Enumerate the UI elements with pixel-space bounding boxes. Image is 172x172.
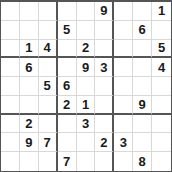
given-digit: 9: [82, 61, 89, 74]
given-digit: 3: [82, 117, 89, 130]
given-digit: 7: [44, 136, 51, 149]
given-digit: 1: [25, 41, 32, 54]
sudoku-cell-r8c2: 9: [20, 133, 39, 152]
given-digit: 3: [100, 61, 107, 74]
sudoku-cell-r9c2[interactable]: [20, 152, 39, 171]
sudoku-cell-r8c3: 7: [39, 133, 58, 152]
sudoku-cell-r6c9[interactable]: [152, 96, 171, 115]
sudoku-cell-r9c5[interactable]: [77, 152, 96, 171]
sudoku-cell-r9c7[interactable]: [114, 152, 133, 171]
sudoku-cell-r2c3[interactable]: [39, 21, 58, 40]
sudoku-cell-r8c8[interactable]: [133, 133, 152, 152]
sudoku-cell-r6c7[interactable]: [114, 96, 133, 115]
sudoku-cell-r5c6[interactable]: [95, 77, 114, 96]
sudoku-cell-r4c8[interactable]: [133, 58, 152, 77]
sudoku-cell-r1c4[interactable]: [58, 2, 77, 21]
given-digit: 9: [25, 136, 32, 149]
sudoku-cell-r7c9[interactable]: [152, 115, 171, 134]
sudoku-cell-r3c5: 2: [77, 40, 96, 59]
sudoku-cell-r1c2[interactable]: [20, 2, 39, 21]
given-digit: 6: [25, 61, 32, 74]
sudoku-cell-r6c2[interactable]: [20, 96, 39, 115]
given-digit: 2: [63, 98, 70, 111]
sudoku-cell-r8c7: 3: [114, 133, 133, 152]
given-digit: 9: [100, 4, 107, 17]
sudoku-cell-r1c3[interactable]: [39, 2, 58, 21]
sudoku-cell-r2c4: 5: [58, 21, 77, 40]
sudoku-cell-r2c8: 6: [133, 21, 152, 40]
sudoku-cell-r2c2[interactable]: [20, 21, 39, 40]
sudoku-cell-r2c9[interactable]: [152, 21, 171, 40]
sudoku-cell-r3c3: 4: [39, 40, 58, 59]
sudoku-cell-r7c1[interactable]: [1, 115, 20, 134]
sudoku-cell-r5c8[interactable]: [133, 77, 152, 96]
given-digit: 5: [158, 41, 165, 54]
sudoku-cell-r9c1[interactable]: [1, 152, 20, 171]
sudoku-cell-r4c6: 3: [95, 58, 114, 77]
sudoku-cell-r6c1[interactable]: [1, 96, 20, 115]
sudoku-cell-r6c4: 2: [58, 96, 77, 115]
given-digit: 7: [63, 155, 70, 168]
sudoku-cell-r9c8: 8: [133, 152, 152, 171]
sudoku-cell-r3c1[interactable]: [1, 40, 20, 59]
sudoku-cell-r7c4[interactable]: [58, 115, 77, 134]
sudoku-cell-r3c8[interactable]: [133, 40, 152, 59]
sudoku-cell-r1c7[interactable]: [114, 2, 133, 21]
sudoku-cell-r9c9[interactable]: [152, 152, 171, 171]
given-digit: 6: [139, 23, 146, 36]
sudoku-cell-r2c7[interactable]: [114, 21, 133, 40]
given-digit: 4: [44, 41, 51, 54]
given-digit: 1: [158, 4, 165, 17]
sudoku-cell-r8c6: 2: [95, 133, 114, 152]
given-digit: 2: [82, 41, 89, 54]
sudoku-cell-r8c9[interactable]: [152, 133, 171, 152]
sudoku-cell-r7c3[interactable]: [39, 115, 58, 134]
sudoku-cell-r3c2: 1: [20, 40, 39, 59]
sudoku-cell-r7c7[interactable]: [114, 115, 133, 134]
sudoku-cell-r6c3[interactable]: [39, 96, 58, 115]
sudoku-cell-r5c3: 5: [39, 77, 58, 96]
given-digit: 1: [82, 98, 89, 111]
sudoku-cell-r1c5[interactable]: [77, 2, 96, 21]
sudoku-cell-r2c6[interactable]: [95, 21, 114, 40]
given-digit: 5: [44, 79, 51, 92]
sudoku-cell-r6c8: 9: [133, 96, 152, 115]
sudoku-cell-r9c4: 7: [58, 152, 77, 171]
sudoku-cell-r5c5[interactable]: [77, 77, 96, 96]
sudoku-cell-r5c4: 6: [58, 77, 77, 96]
sudoku-cell-r7c2: 2: [20, 115, 39, 134]
sudoku-cell-r4c3[interactable]: [39, 58, 58, 77]
sudoku-cell-r1c1[interactable]: [1, 2, 20, 21]
sudoku-cell-r8c5[interactable]: [77, 133, 96, 152]
given-digit: 8: [139, 155, 146, 168]
given-digit: 3: [120, 136, 127, 149]
sudoku-cell-r3c9: 5: [152, 40, 171, 59]
sudoku-cell-r1c6: 9: [95, 2, 114, 21]
sudoku-cell-r1c8[interactable]: [133, 2, 152, 21]
given-digit: 2: [25, 117, 32, 130]
sudoku-cell-r7c5: 3: [77, 115, 96, 134]
given-digit: 2: [100, 136, 107, 149]
sudoku-cell-r6c6[interactable]: [95, 96, 114, 115]
given-digit: 6: [63, 79, 70, 92]
sudoku-cell-r4c1[interactable]: [1, 58, 20, 77]
given-digit: 5: [63, 23, 70, 36]
sudoku-cell-r3c7[interactable]: [114, 40, 133, 59]
sudoku-cell-r8c4[interactable]: [58, 133, 77, 152]
sudoku-cell-r2c5[interactable]: [77, 21, 96, 40]
sudoku-cell-r7c6[interactable]: [95, 115, 114, 134]
sudoku-cell-r4c4[interactable]: [58, 58, 77, 77]
sudoku-cell-r5c2[interactable]: [20, 77, 39, 96]
sudoku-cell-r4c7[interactable]: [114, 58, 133, 77]
sudoku-cell-r7c8[interactable]: [133, 115, 152, 134]
given-digit: 9: [139, 98, 146, 111]
sudoku-cell-r4c9: 4: [152, 58, 171, 77]
given-digit: 4: [158, 61, 165, 74]
sudoku-cell-r3c4[interactable]: [58, 40, 77, 59]
sudoku-cell-r4c5: 9: [77, 58, 96, 77]
sudoku-cell-r5c1[interactable]: [1, 77, 20, 96]
sudoku-cell-r2c1[interactable]: [1, 21, 20, 40]
sudoku-cell-r8c1[interactable]: [1, 133, 20, 152]
sudoku-cell-r9c6[interactable]: [95, 152, 114, 171]
sudoku-cell-r3c6[interactable]: [95, 40, 114, 59]
sudoku-cell-r9c3[interactable]: [39, 152, 58, 171]
sudoku-cell-r5c7[interactable]: [114, 77, 133, 96]
sudoku-cell-r5c9[interactable]: [152, 77, 171, 96]
sudoku-cell-r6c5: 1: [77, 96, 96, 115]
sudoku-cell-r1c9: 1: [152, 2, 171, 21]
sudoku-board: 9156142569345621923972378: [0, 0, 172, 172]
sudoku-cell-r4c2: 6: [20, 58, 39, 77]
